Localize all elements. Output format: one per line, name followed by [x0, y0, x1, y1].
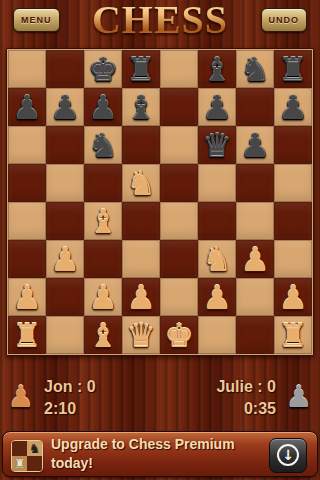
download-icon: ↓ [277, 444, 299, 466]
square-e7[interactable] [160, 88, 198, 126]
piece-black-rook[interactable]: ♜ [122, 50, 160, 88]
piece-white-knight[interactable]: ♞ [122, 164, 160, 202]
app-icon-square [27, 456, 42, 471]
piece-white-queen[interactable]: ♛ [122, 316, 160, 354]
square-a3[interactable] [8, 240, 46, 278]
square-g1[interactable] [236, 316, 274, 354]
square-d6[interactable] [122, 126, 160, 164]
piece-black-pawn[interactable]: ♟ [84, 88, 122, 126]
square-d1[interactable]: ♛ [122, 316, 160, 354]
top-bar: CHESS MENU UNDO [0, 0, 320, 50]
black-player-clock: 0:35 [244, 400, 276, 418]
square-g7[interactable] [236, 88, 274, 126]
square-c2[interactable]: ♟ [84, 278, 122, 316]
piece-black-pawn[interactable]: ♟ [46, 88, 84, 126]
ad-line1: Upgrade to Chess Premium [51, 435, 261, 454]
square-b5[interactable] [46, 164, 84, 202]
square-f4[interactable] [198, 202, 236, 240]
square-c8[interactable]: ♚ [84, 50, 122, 88]
piece-black-bishop[interactable]: ♝ [198, 50, 236, 88]
piece-black-rook[interactable]: ♜ [274, 50, 312, 88]
piece-black-bishop[interactable]: ♝ [122, 88, 160, 126]
piece-white-pawn[interactable]: ♟ [274, 278, 312, 316]
piece-white-rook[interactable]: ♜ [274, 316, 312, 354]
app-icon-square [12, 441, 27, 456]
piece-black-king[interactable]: ♚ [84, 50, 122, 88]
square-f5[interactable] [198, 164, 236, 202]
piece-black-pawn[interactable]: ♟ [198, 88, 236, 126]
piece-white-pawn[interactable]: ♟ [198, 278, 236, 316]
square-g8[interactable]: ♞ [236, 50, 274, 88]
piece-black-pawn[interactable]: ♟ [236, 126, 274, 164]
square-b7[interactable]: ♟ [46, 88, 84, 126]
ad-text: Upgrade to Chess Premium today! [51, 435, 261, 473]
piece-white-pawn[interactable]: ♟ [84, 278, 122, 316]
piece-black-queen[interactable]: ♛ [198, 126, 236, 164]
square-g4[interactable] [236, 202, 274, 240]
square-b6[interactable] [46, 126, 84, 164]
black-player-score: Julie : 0 [216, 378, 276, 396]
square-e6[interactable] [160, 126, 198, 164]
square-g5[interactable] [236, 164, 274, 202]
piece-white-rook[interactable]: ♜ [8, 316, 46, 354]
square-c7[interactable]: ♟ [84, 88, 122, 126]
square-d2[interactable]: ♟ [122, 278, 160, 316]
square-d4[interactable] [122, 202, 160, 240]
square-c1[interactable]: ♝ [84, 316, 122, 354]
square-a8[interactable] [8, 50, 46, 88]
square-a1[interactable]: ♜ [8, 316, 46, 354]
square-f6[interactable]: ♛ [198, 126, 236, 164]
square-e3[interactable] [160, 240, 198, 278]
board-frame: ♚♜♝♞♜♟♟♟♝♟♟♞♛♟♞♝♟♞♟♟♟♟♟♟♜♝♛♚♜ [6, 48, 314, 356]
square-b2[interactable] [46, 278, 84, 316]
piece-white-pawn[interactable]: ♟ [8, 278, 46, 316]
square-f2[interactable]: ♟ [198, 278, 236, 316]
download-button[interactable]: ↓ [269, 438, 307, 473]
square-d5[interactable]: ♞ [122, 164, 160, 202]
piece-white-knight[interactable]: ♞ [198, 240, 236, 278]
piece-black-pawn[interactable]: ♟ [274, 88, 312, 126]
square-a4[interactable] [8, 202, 46, 240]
square-b1[interactable] [46, 316, 84, 354]
piece-white-bishop[interactable]: ♝ [84, 202, 122, 240]
square-b3[interactable]: ♟ [46, 240, 84, 278]
square-g3[interactable]: ♟ [236, 240, 274, 278]
square-d8[interactable]: ♜ [122, 50, 160, 88]
piece-black-knight[interactable]: ♞ [84, 126, 122, 164]
square-h2[interactable]: ♟ [274, 278, 312, 316]
square-f7[interactable]: ♟ [198, 88, 236, 126]
ad-line2: today! [51, 454, 261, 473]
app-icon-rook: ♜ [12, 456, 27, 471]
square-h1[interactable]: ♜ [274, 316, 312, 354]
white-player-clock: 2:10 [44, 400, 76, 418]
black-pawn-icon: ♟ [282, 380, 316, 414]
square-g6[interactable]: ♟ [236, 126, 274, 164]
square-e1[interactable]: ♚ [160, 316, 198, 354]
square-a2[interactable]: ♟ [8, 278, 46, 316]
square-b8[interactable] [46, 50, 84, 88]
player-info-bar: ♟ Jon : 0 2:10 Julie : 0 0:35 ♟ [0, 358, 320, 430]
chess-app-icon: ♞ ♜ [11, 440, 43, 472]
square-g2[interactable] [236, 278, 274, 316]
menu-button[interactable]: MENU [13, 8, 60, 32]
square-a5[interactable] [8, 164, 46, 202]
square-d7[interactable]: ♝ [122, 88, 160, 126]
ad-banner[interactable]: ♞ ♜ Upgrade to Chess Premium today! ↓ [2, 431, 318, 477]
square-h8[interactable]: ♜ [274, 50, 312, 88]
square-h6[interactable] [274, 126, 312, 164]
square-e4[interactable] [160, 202, 198, 240]
square-f8[interactable]: ♝ [198, 50, 236, 88]
square-d3[interactable] [122, 240, 160, 278]
piece-black-knight[interactable]: ♞ [236, 50, 274, 88]
square-e2[interactable] [160, 278, 198, 316]
square-a6[interactable] [8, 126, 46, 164]
square-h4[interactable] [274, 202, 312, 240]
square-a7[interactable]: ♟ [8, 88, 46, 126]
square-e8[interactable] [160, 50, 198, 88]
square-h5[interactable] [274, 164, 312, 202]
white-player-score: Jon : 0 [44, 378, 96, 396]
square-b4[interactable] [46, 202, 84, 240]
app-icon-knight: ♞ [27, 441, 42, 456]
piece-black-pawn[interactable]: ♟ [8, 88, 46, 126]
piece-white-king[interactable]: ♚ [160, 316, 198, 354]
undo-button[interactable]: UNDO [261, 8, 308, 32]
square-e5[interactable] [160, 164, 198, 202]
piece-white-pawn[interactable]: ♟ [46, 240, 84, 278]
square-c5[interactable] [84, 164, 122, 202]
square-f1[interactable] [198, 316, 236, 354]
piece-white-pawn[interactable]: ♟ [122, 278, 160, 316]
square-c4[interactable]: ♝ [84, 202, 122, 240]
piece-white-bishop[interactable]: ♝ [84, 316, 122, 354]
white-pawn-icon: ♟ [4, 380, 38, 414]
square-c6[interactable]: ♞ [84, 126, 122, 164]
chess-board[interactable]: ♚♜♝♞♜♟♟♟♝♟♟♞♛♟♞♝♟♞♟♟♟♟♟♟♜♝♛♚♜ [8, 50, 312, 354]
square-h3[interactable] [274, 240, 312, 278]
square-c3[interactable] [84, 240, 122, 278]
square-h7[interactable]: ♟ [274, 88, 312, 126]
piece-white-pawn[interactable]: ♟ [236, 240, 274, 278]
square-f3[interactable]: ♞ [198, 240, 236, 278]
